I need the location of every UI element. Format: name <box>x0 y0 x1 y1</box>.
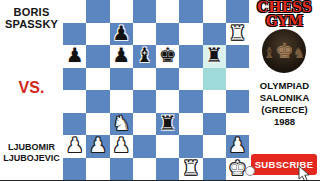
event-info: OLYMPIAD SALONIKA (GREECE) 1988 <box>249 80 320 128</box>
square-c4[interactable] <box>110 90 133 113</box>
left-panel: BORIS SPASSKY VS. LJUBOMIR LJUBOJEVIC <box>0 0 63 180</box>
event-line4: 1988 <box>249 116 320 128</box>
square-b8[interactable] <box>86 0 109 23</box>
square-e7[interactable] <box>156 23 179 46</box>
right-panel: CHESS GYM ♝ ♚ ♞ OLYMPIAD SALONIKA (GREEC… <box>249 0 320 180</box>
square-h3[interactable] <box>226 113 249 136</box>
channel-brand: CHESS GYM <box>249 0 320 28</box>
square-g4[interactable] <box>203 90 226 113</box>
chess-board: ♟♜♟♟♝♚♜♞♜♟♟♟♟♜♚ <box>63 0 249 180</box>
square-d1[interactable] <box>133 158 156 181</box>
black-rook: ♜ <box>159 113 177 133</box>
black-player-name: LJUBOMIR LJUBOJEVIC <box>0 142 63 164</box>
square-d7[interactable] <box>133 23 156 46</box>
event-line1: OLYMPIAD <box>249 80 320 92</box>
white-pawn: ♟ <box>112 135 130 155</box>
white-rook: ♜ <box>228 23 246 43</box>
square-a5[interactable] <box>63 68 86 91</box>
square-g5[interactable] <box>203 68 226 91</box>
black-bishop: ♝ <box>135 45 153 65</box>
cursor-pointer-icon <box>296 165 310 180</box>
white-knight: ♞ <box>112 113 130 133</box>
square-a4[interactable] <box>63 90 86 113</box>
square-g1[interactable] <box>203 158 226 181</box>
white-pawn: ♟ <box>89 135 107 155</box>
event-line3: (GREECE) <box>249 104 320 116</box>
square-c2[interactable]: ♟ <box>110 135 133 158</box>
square-h8[interactable] <box>226 0 249 23</box>
square-f7[interactable] <box>179 23 202 46</box>
square-c6[interactable]: ♟ <box>110 45 133 68</box>
logo-king-icon: ♚ <box>275 41 294 62</box>
square-d3[interactable] <box>133 113 156 136</box>
square-a6[interactable]: ♟ <box>63 45 86 68</box>
square-g7[interactable] <box>203 23 226 46</box>
square-b2[interactable]: ♟ <box>86 135 109 158</box>
vs-label: VS. <box>0 78 63 98</box>
square-b4[interactable] <box>86 90 109 113</box>
square-f3[interactable] <box>179 113 202 136</box>
brand-line1: CHESS <box>249 0 320 14</box>
square-e4[interactable] <box>156 90 179 113</box>
logo-knight-icon: ♞ <box>293 46 306 60</box>
square-d4[interactable] <box>133 90 156 113</box>
square-c3[interactable]: ♞ <box>110 113 133 136</box>
square-b3[interactable] <box>86 113 109 136</box>
square-a2[interactable]: ♟ <box>63 135 86 158</box>
square-e8[interactable] <box>156 0 179 23</box>
square-g2[interactable] <box>203 135 226 158</box>
event-line2: SALONIKA <box>249 92 320 104</box>
square-c7[interactable]: ♟ <box>110 23 133 46</box>
square-g8[interactable] <box>203 0 226 23</box>
square-d8[interactable] <box>133 0 156 23</box>
square-d2[interactable] <box>133 135 156 158</box>
white-pawn: ♟ <box>66 135 84 155</box>
square-c1[interactable] <box>110 158 133 181</box>
black-king: ♚ <box>159 45 177 65</box>
square-f5[interactable] <box>179 68 202 91</box>
square-b1[interactable] <box>86 158 109 181</box>
square-h4[interactable] <box>226 90 249 113</box>
white-player-line2: SPASSKY <box>0 18 63 30</box>
black-pawn: ♟ <box>112 45 130 65</box>
square-g6[interactable]: ♜ <box>203 45 226 68</box>
square-c5[interactable] <box>110 68 133 91</box>
square-a3[interactable] <box>63 113 86 136</box>
square-a1[interactable] <box>63 158 86 181</box>
black-pawn: ♟ <box>66 45 84 65</box>
square-f6[interactable] <box>179 45 202 68</box>
square-a8[interactable] <box>63 0 86 23</box>
square-h5[interactable] <box>226 68 249 91</box>
white-pawn: ♟ <box>228 135 246 155</box>
white-rook: ♜ <box>182 158 200 178</box>
logo-bishop-icon: ♝ <box>263 46 276 61</box>
square-g3[interactable] <box>203 113 226 136</box>
square-e1[interactable] <box>156 158 179 181</box>
square-h6[interactable] <box>226 45 249 68</box>
square-f2[interactable] <box>179 135 202 158</box>
square-c8[interactable] <box>110 0 133 23</box>
black-pawn: ♟ <box>112 23 130 43</box>
square-e6[interactable]: ♚ <box>156 45 179 68</box>
black-player-line2: LJUBOJEVIC <box>0 153 63 164</box>
square-d5[interactable] <box>133 68 156 91</box>
thumbnail-stage: BORIS SPASSKY VS. LJUBOMIR LJUBOJEVIC ♟♜… <box>0 0 320 180</box>
white-player-line1: BORIS <box>0 6 63 18</box>
white-player-name: BORIS SPASSKY <box>0 6 63 30</box>
white-king: ♚ <box>228 158 246 178</box>
brand-line2: GYM <box>249 14 320 28</box>
black-rook: ♜ <box>205 45 223 65</box>
square-d6[interactable]: ♝ <box>133 45 156 68</box>
square-b6[interactable] <box>86 45 109 68</box>
square-a7[interactable] <box>63 23 86 46</box>
square-f4[interactable] <box>179 90 202 113</box>
square-h7[interactable]: ♜ <box>226 23 249 46</box>
square-e3[interactable]: ♜ <box>156 113 179 136</box>
square-h2[interactable]: ♟ <box>226 135 249 158</box>
square-f1[interactable]: ♜ <box>179 158 202 181</box>
square-b7[interactable] <box>86 23 109 46</box>
square-f8[interactable] <box>179 0 202 23</box>
chess-gym-logo: ♝ ♚ ♞ <box>262 29 306 73</box>
square-e2[interactable] <box>156 135 179 158</box>
square-e5[interactable] <box>156 68 179 91</box>
black-player-line1: LJUBOMIR <box>0 142 63 153</box>
watermark-circle <box>245 166 255 176</box>
square-b5[interactable] <box>86 68 109 91</box>
